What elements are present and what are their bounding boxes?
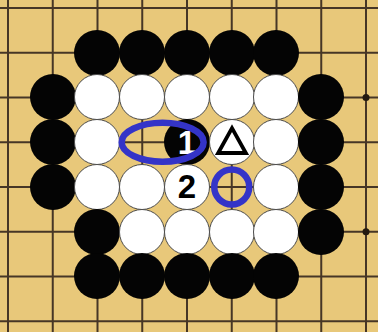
white-stone — [164, 74, 210, 120]
intersection — [0, 75, 30, 120]
intersection — [209, 209, 254, 254]
intersection — [344, 0, 378, 30]
intersection — [0, 165, 30, 210]
intersection — [0, 299, 30, 332]
intersection — [209, 120, 254, 165]
intersection — [209, 30, 254, 75]
intersection — [30, 0, 75, 30]
intersection — [254, 30, 299, 75]
intersection — [75, 254, 120, 299]
intersection — [344, 120, 378, 165]
intersection — [299, 165, 344, 210]
black-stone — [298, 119, 344, 165]
intersection — [299, 120, 344, 165]
intersection — [254, 75, 299, 120]
white-stone — [209, 209, 255, 255]
white-stone — [209, 74, 255, 120]
triangle-mark-icon — [210, 119, 254, 165]
intersection — [344, 209, 378, 254]
white-stone — [253, 209, 299, 255]
intersection — [209, 254, 254, 299]
intersection — [75, 299, 120, 332]
intersection — [120, 0, 165, 30]
intersection — [299, 75, 344, 120]
white-stone — [119, 164, 165, 210]
intersection — [344, 75, 378, 120]
black-stone — [74, 30, 120, 76]
white-stone — [74, 74, 120, 120]
white-stone — [74, 119, 120, 165]
white-stone — [74, 164, 120, 210]
intersection — [254, 0, 299, 30]
black-stone — [30, 74, 76, 120]
intersection — [165, 30, 210, 75]
black-stone — [74, 253, 120, 299]
black-stone — [119, 253, 165, 299]
white-stone — [253, 119, 299, 165]
go-board: 12 — [0, 0, 378, 332]
intersection — [120, 75, 165, 120]
intersection — [75, 120, 120, 165]
black-stone — [298, 74, 344, 120]
intersection — [30, 165, 75, 210]
intersection — [165, 209, 210, 254]
white-stone — [253, 74, 299, 120]
intersection — [344, 299, 378, 332]
intersection — [30, 120, 75, 165]
white-stone — [164, 209, 210, 255]
intersection — [0, 120, 30, 165]
intersection — [0, 254, 30, 299]
intersection — [165, 254, 210, 299]
intersection — [299, 299, 344, 332]
intersection — [254, 120, 299, 165]
intersection — [165, 299, 210, 332]
black-stone — [30, 164, 76, 210]
intersection — [30, 209, 75, 254]
black-stone — [164, 30, 210, 76]
black-stone — [253, 253, 299, 299]
intersection — [120, 120, 165, 165]
intersection — [209, 165, 254, 210]
intersection — [120, 209, 165, 254]
intersection: 2 — [165, 165, 210, 210]
intersection — [299, 30, 344, 75]
intersection — [254, 254, 299, 299]
intersection — [254, 209, 299, 254]
intersection — [344, 254, 378, 299]
black-stone — [253, 30, 299, 76]
intersection — [75, 30, 120, 75]
intersection — [30, 30, 75, 75]
intersection — [75, 209, 120, 254]
intersection — [120, 30, 165, 75]
white-stone-triangle-marked — [209, 119, 255, 165]
intersection — [209, 75, 254, 120]
intersection — [120, 165, 165, 210]
intersection — [299, 209, 344, 254]
intersection — [299, 0, 344, 30]
white-stone — [253, 164, 299, 210]
intersection: 1 — [165, 120, 210, 165]
black-stone — [74, 209, 120, 255]
intersection — [344, 165, 378, 210]
intersection — [254, 165, 299, 210]
intersection — [30, 75, 75, 120]
black-stone — [298, 209, 344, 255]
white-stone — [119, 209, 165, 255]
intersection — [344, 30, 378, 75]
intersection — [75, 0, 120, 30]
intersection — [75, 165, 120, 210]
white-stone-move-2: 2 — [164, 164, 210, 210]
intersection — [120, 299, 165, 332]
black-stone-move-1: 1 — [164, 119, 210, 165]
black-stone — [119, 30, 165, 76]
black-stone — [209, 253, 255, 299]
intersection — [209, 299, 254, 332]
black-stone — [164, 253, 210, 299]
black-stone — [30, 119, 76, 165]
intersection — [120, 254, 165, 299]
intersection — [0, 0, 30, 30]
intersection — [75, 75, 120, 120]
intersection — [0, 30, 30, 75]
black-stone — [298, 164, 344, 210]
black-stone — [209, 30, 255, 76]
intersections-grid: 12 — [0, 0, 378, 332]
intersection — [30, 299, 75, 332]
intersection — [299, 254, 344, 299]
intersection — [0, 209, 30, 254]
intersection — [30, 254, 75, 299]
intersection — [254, 299, 299, 332]
intersection — [209, 0, 254, 30]
white-stone — [119, 74, 165, 120]
intersection — [165, 75, 210, 120]
intersection — [165, 0, 210, 30]
